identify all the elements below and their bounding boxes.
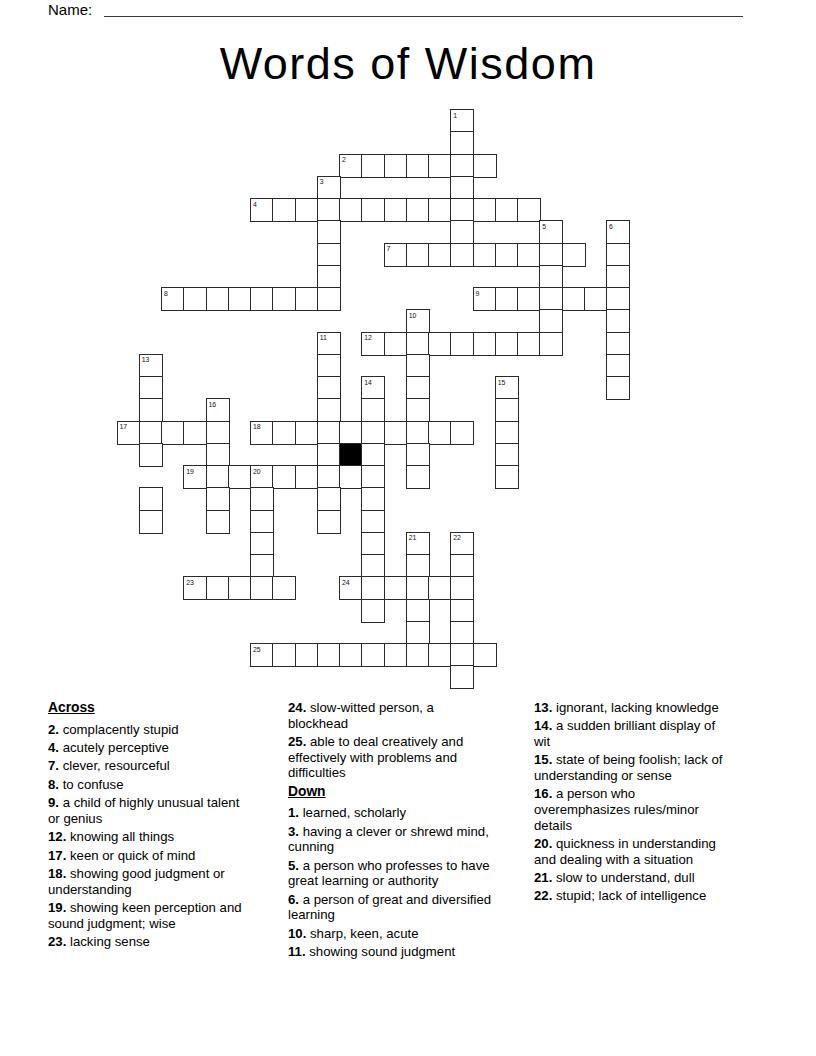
grid-cell[interactable] <box>272 576 296 600</box>
grid-cell[interactable] <box>206 421 230 445</box>
grid-cell[interactable] <box>317 376 341 400</box>
grid-cell[interactable] <box>361 398 385 422</box>
clue-across-12: 12. knowing all things <box>48 829 245 845</box>
clue-down-10: 10. sharp, keen, acute <box>288 926 495 942</box>
grid-cell[interactable] <box>161 287 185 311</box>
grid-cell[interactable] <box>495 332 519 356</box>
clues-column-middle: 24. slow-witted person, a blockhead25. a… <box>288 700 495 962</box>
clue-across-2: 2. complacently stupid <box>48 722 245 738</box>
black-cell <box>339 443 363 467</box>
grid-cell[interactable] <box>517 287 541 311</box>
grid-cell[interactable] <box>206 576 230 600</box>
grid-cell[interactable] <box>183 465 207 489</box>
clue-number-label: 22. <box>534 888 552 903</box>
grid-cell[interactable] <box>384 576 408 600</box>
grid-cell[interactable] <box>539 332 563 356</box>
grid-cell[interactable] <box>495 443 519 467</box>
grid-cell[interactable] <box>450 665 474 689</box>
clue-number-label: 6. <box>288 892 299 907</box>
grid-cell[interactable] <box>361 198 385 222</box>
grid-cell[interactable] <box>450 332 474 356</box>
grid-cell[interactable] <box>361 421 385 445</box>
grid-cell[interactable] <box>495 398 519 422</box>
grid-cell[interactable] <box>562 243 586 267</box>
grid-cell[interactable] <box>317 510 341 534</box>
grid-cell[interactable] <box>361 332 385 356</box>
grid-cell[interactable] <box>206 398 230 422</box>
grid-cell[interactable] <box>406 443 430 467</box>
grid-cell[interactable] <box>539 309 563 333</box>
grid-cell[interactable] <box>339 198 363 222</box>
grid-cell[interactable] <box>317 421 341 445</box>
grid-cell[interactable] <box>450 131 474 155</box>
grid-cell[interactable] <box>317 265 341 289</box>
grid-cell[interactable] <box>317 332 341 356</box>
grid-cell[interactable] <box>317 487 341 511</box>
grid-cell[interactable] <box>384 332 408 356</box>
clue-number-label: 1. <box>288 805 299 820</box>
grid-cell[interactable] <box>406 198 430 222</box>
grid-cell[interactable] <box>406 532 430 556</box>
grid-cell[interactable] <box>139 421 163 445</box>
grid-cell[interactable] <box>384 243 408 267</box>
clue-across-4: 4. acutely perceptive <box>48 740 245 756</box>
grid-cell[interactable] <box>250 465 274 489</box>
grid-cell[interactable] <box>250 532 274 556</box>
grid-cell[interactable] <box>406 465 430 489</box>
grid-cell[interactable] <box>406 243 430 267</box>
grid-cell[interactable] <box>361 554 385 578</box>
grid-cell[interactable] <box>428 576 452 600</box>
clue-across-25: 25. able to deal creatively and effectiv… <box>288 734 495 781</box>
grid-cell[interactable] <box>361 532 385 556</box>
grid-cell[interactable] <box>361 465 385 489</box>
grid-cell[interactable] <box>250 643 274 667</box>
grid-cell[interactable] <box>450 421 474 445</box>
grid-cell[interactable] <box>428 643 452 667</box>
grid-cell[interactable] <box>473 198 497 222</box>
grid-cell[interactable] <box>539 287 563 311</box>
grid-cell[interactable] <box>161 421 185 445</box>
grid-cell[interactable] <box>339 421 363 445</box>
clue-number-label: 14. <box>534 718 552 733</box>
grid-cell[interactable] <box>473 243 497 267</box>
grid-cell[interactable] <box>183 576 207 600</box>
clue-across-17: 17. keen or quick of mind <box>48 848 245 864</box>
grid-cell[interactable] <box>428 243 452 267</box>
grid-cell[interactable] <box>384 154 408 178</box>
clue-number-label: 9. <box>48 795 59 810</box>
grid-cell[interactable] <box>406 398 430 422</box>
grid-cell[interactable] <box>517 332 541 356</box>
grid-cell[interactable] <box>339 576 363 600</box>
grid-cell[interactable] <box>206 510 230 534</box>
clue-down-16: 16. a person who overemphasizes rules/mi… <box>534 786 734 833</box>
grid-cell[interactable] <box>495 376 519 400</box>
grid-cell[interactable] <box>473 154 497 178</box>
grid-cell[interactable] <box>450 198 474 222</box>
clue-down-5: 5. a person who professes to have great … <box>288 858 495 889</box>
grid-cell[interactable] <box>450 176 474 200</box>
grid-cell[interactable] <box>317 443 341 467</box>
grid-cell[interactable] <box>606 265 630 289</box>
grid-cell[interactable] <box>272 198 296 222</box>
grid-cell[interactable] <box>139 443 163 467</box>
grid-cell[interactable] <box>539 220 563 244</box>
grid-cell[interactable] <box>317 176 341 200</box>
grid-cell[interactable] <box>450 576 474 600</box>
grid-cell[interactable] <box>228 576 252 600</box>
grid-cell[interactable] <box>406 376 430 400</box>
clue-down-1: 1. learned, scholarly <box>288 805 495 821</box>
grid-cell[interactable] <box>473 287 497 311</box>
clue-number-label: 5. <box>288 858 299 873</box>
crossword-grid: 1234567891011121314151617181920212223242… <box>0 0 816 700</box>
grid-cell[interactable] <box>317 198 341 222</box>
clue-number-label: 11. <box>288 944 306 959</box>
grid-cell[interactable] <box>183 421 207 445</box>
clue-number-label: 24. <box>288 700 306 715</box>
clue-down-11: 11. showing sound judgment <box>288 944 495 960</box>
grid-cell[interactable] <box>406 643 430 667</box>
grid-cell[interactable] <box>606 220 630 244</box>
grid-cell[interactable] <box>495 198 519 222</box>
worksheet-page: Name: Words of Wisdom 123456789101112131… <box>0 0 816 1056</box>
grid-cell[interactable] <box>339 643 363 667</box>
grid-cell[interactable] <box>406 576 430 600</box>
grid-cell[interactable] <box>606 287 630 311</box>
clue-down-3: 3. having a clever or shrewd mind, cunni… <box>288 824 495 855</box>
grid-cell[interactable] <box>406 421 430 445</box>
grid-cell[interactable] <box>339 465 363 489</box>
clue-number-label: 21. <box>534 870 552 885</box>
grid-cell[interactable] <box>361 376 385 400</box>
grid-cell[interactable] <box>539 243 563 267</box>
grid-cell[interactable] <box>406 554 430 578</box>
grid-cell[interactable] <box>406 599 430 623</box>
grid-cell[interactable] <box>517 198 541 222</box>
grid-cell[interactable] <box>450 643 474 667</box>
grid-cell[interactable] <box>450 109 474 133</box>
grid-cell[interactable] <box>317 220 341 244</box>
grid-cell[interactable] <box>206 487 230 511</box>
grid-cell[interactable] <box>317 287 341 311</box>
grid-cell[interactable] <box>406 354 430 378</box>
grid-cell[interactable] <box>450 621 474 645</box>
grid-cell[interactable] <box>584 287 608 311</box>
grid-cell[interactable] <box>139 398 163 422</box>
grid-cell[interactable] <box>361 154 385 178</box>
grid-cell[interactable] <box>272 421 296 445</box>
grid-cell[interactable] <box>295 643 319 667</box>
down-header: Down <box>288 784 495 800</box>
grid-cell[interactable] <box>428 332 452 356</box>
grid-cell[interactable] <box>406 154 430 178</box>
grid-cell[interactable] <box>473 643 497 667</box>
grid-cell[interactable] <box>361 599 385 623</box>
clue-down-22: 22. stupid; lack of intelligence <box>534 888 734 904</box>
grid-cell[interactable] <box>606 376 630 400</box>
grid-cell[interactable] <box>473 332 497 356</box>
grid-cell[interactable] <box>250 576 274 600</box>
grid-cell[interactable] <box>139 354 163 378</box>
grid-cell[interactable] <box>450 532 474 556</box>
grid-cell[interactable] <box>250 198 274 222</box>
clue-across-8: 8. to confuse <box>48 777 245 793</box>
grid-cell[interactable] <box>139 376 163 400</box>
clue-across-24: 24. slow-witted person, a blockhead <box>288 700 495 731</box>
grid-cell[interactable] <box>206 465 230 489</box>
clue-number-label: 4. <box>48 740 59 755</box>
grid-cell[interactable] <box>384 421 408 445</box>
across-header: Across <box>48 700 245 716</box>
clue-number-label: 7. <box>48 758 59 773</box>
grid-cell[interactable] <box>250 421 274 445</box>
grid-cell[interactable] <box>183 287 207 311</box>
grid-cell[interactable] <box>295 198 319 222</box>
clue-number-label: 23. <box>48 934 66 949</box>
clue-across-23: 23. lacking sense <box>48 934 245 950</box>
grid-cell[interactable] <box>228 465 252 489</box>
clue-number-label: 19. <box>48 900 66 915</box>
grid-cell[interactable] <box>450 220 474 244</box>
clue-across-18: 18. showing good judgment or understandi… <box>48 866 245 897</box>
grid-cell[interactable] <box>406 332 430 356</box>
clue-number-label: 17. <box>48 848 66 863</box>
grid-cell[interactable] <box>250 554 274 578</box>
clues-column-down: 13. ignorant, lacking knowledge14. a sud… <box>534 700 734 907</box>
clue-number-label: 8. <box>48 777 59 792</box>
grid-cell[interactable] <box>606 243 630 267</box>
grid-cell[interactable] <box>228 287 252 311</box>
clue-down-13: 13. ignorant, lacking knowledge <box>534 700 734 716</box>
grid-cell[interactable] <box>295 287 319 311</box>
grid-cell[interactable] <box>606 309 630 333</box>
grid-cell[interactable] <box>428 421 452 445</box>
grid-cell[interactable] <box>495 465 519 489</box>
clue-number-label: 18. <box>48 866 66 881</box>
grid-cell[interactable] <box>295 421 319 445</box>
grid-cell[interactable] <box>317 643 341 667</box>
grid-cell[interactable] <box>406 621 430 645</box>
grid-cell[interactable] <box>272 465 296 489</box>
grid-cell[interactable] <box>384 198 408 222</box>
clue-number-label: 12. <box>48 829 66 844</box>
grid-cell[interactable] <box>272 287 296 311</box>
clue-number-label: 2. <box>48 722 59 737</box>
grid-cell[interactable] <box>317 354 341 378</box>
clue-number-label: 25. <box>288 734 306 749</box>
grid-cell[interactable] <box>450 599 474 623</box>
grid-cell[interactable] <box>250 287 274 311</box>
grid-cell[interactable] <box>428 198 452 222</box>
grid-cell[interactable] <box>606 332 630 356</box>
grid-cell[interactable] <box>517 243 541 267</box>
clue-number-label: 20. <box>534 836 552 851</box>
clue-down-6: 6. a person of great and diversified lea… <box>288 892 495 923</box>
grid-cell[interactable] <box>317 465 341 489</box>
grid-cell[interactable] <box>139 487 163 511</box>
grid-cell[interactable] <box>406 309 430 333</box>
grid-cell[interactable] <box>250 487 274 511</box>
clue-across-9: 9. a child of highly unusual talent or g… <box>48 795 245 826</box>
grid-cell[interactable] <box>495 243 519 267</box>
grid-cell[interactable] <box>606 354 630 378</box>
grid-cell[interactable] <box>295 465 319 489</box>
grid-cell[interactable] <box>317 398 341 422</box>
grid-cell[interactable] <box>361 576 385 600</box>
grid-cell[interactable] <box>361 510 385 534</box>
clue-number-label: 13. <box>534 700 552 715</box>
grid-cell[interactable] <box>539 265 563 289</box>
grid-cell[interactable] <box>428 154 452 178</box>
grid-cell[interactable] <box>450 554 474 578</box>
grid-cell[interactable] <box>562 287 586 311</box>
grid-cell[interactable] <box>361 487 385 511</box>
grid-cell[interactable] <box>361 443 385 467</box>
clue-number-label: 16. <box>534 786 552 801</box>
clue-across-19: 19. showing keen perception and sound ju… <box>48 900 245 931</box>
clue-number-label: 3. <box>288 824 299 839</box>
clue-down-15: 15. state of being foolish; lack of unde… <box>534 752 734 783</box>
grid-cell[interactable] <box>384 643 408 667</box>
grid-cell[interactable] <box>117 421 141 445</box>
clues-column-across: Across2. complacently stupid4. acutely p… <box>48 700 245 952</box>
clue-across-7: 7. clever, resourceful <box>48 758 245 774</box>
grid-cell[interactable] <box>317 243 341 267</box>
clue-number-label: 15. <box>534 752 552 767</box>
grid-cell[interactable] <box>206 287 230 311</box>
grid-cell[interactable] <box>361 643 385 667</box>
grid-cell[interactable] <box>339 154 363 178</box>
clue-down-20: 20. quickness in understanding and deali… <box>534 836 734 867</box>
clue-number-label: 10. <box>288 926 306 941</box>
grid-cell[interactable] <box>272 643 296 667</box>
clue-down-21: 21. slow to understand, dull <box>534 870 734 886</box>
grid-cell[interactable] <box>450 243 474 267</box>
clue-down-14: 14. a sudden brilliant display of wit <box>534 718 734 749</box>
grid-cell[interactable] <box>495 287 519 311</box>
grid-cell[interactable] <box>139 510 163 534</box>
grid-cell[interactable] <box>206 443 230 467</box>
grid-cell[interactable] <box>250 510 274 534</box>
grid-cell[interactable] <box>495 421 519 445</box>
grid-cell[interactable] <box>450 154 474 178</box>
